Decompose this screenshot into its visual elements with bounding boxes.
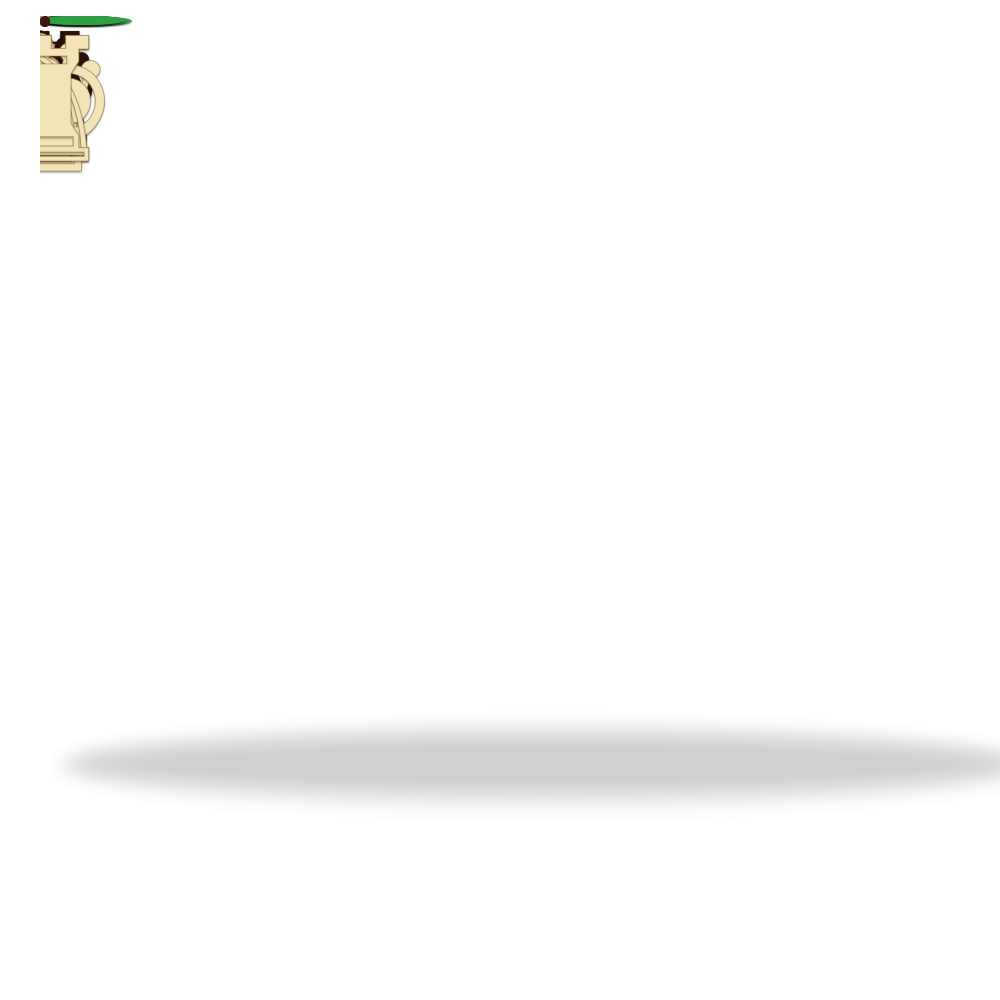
chess-board: abcdefgh1122334455667788 ♜♞♝♛♚♝♞♜♟♟♟♟♟♟♟… <box>40 16 1000 1000</box>
chessboard-photo: abcdefgh1122334455667788 ♜♞♝♛♚♝♞♜♟♟♟♟♟♟♟… <box>40 16 1000 1000</box>
pieces-layer: ♜♞♝♛♚♝♞♜♟♟♟♟♟♟♟♟♟♟♟♟♟♟♟♟♜♞♝♛♚♝♞♜ <box>40 16 1000 1000</box>
piece-white-rook-h1[interactable]: ♜ <box>40 16 117 188</box>
